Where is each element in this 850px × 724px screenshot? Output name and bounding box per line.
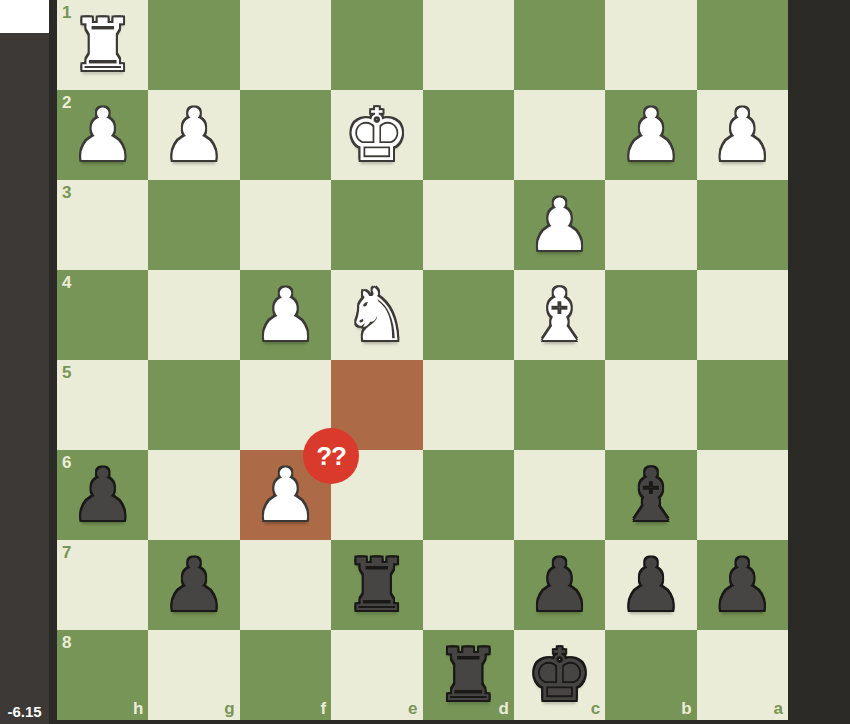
square-c1[interactable] [514, 0, 605, 90]
square-d2[interactable] [423, 90, 514, 180]
file-label-h: h [133, 699, 143, 719]
white-pawn-a2[interactable]: ♟ [697, 90, 788, 180]
square-e3[interactable] [331, 180, 422, 270]
square-b4[interactable] [605, 270, 696, 360]
square-d7[interactable] [423, 540, 514, 630]
file-label-a: a [774, 699, 783, 719]
white-king-e2[interactable]: ♚ [331, 90, 422, 180]
square-g8[interactable]: g [148, 630, 239, 720]
white-rook-h1[interactable]: ♜ [57, 0, 148, 90]
square-a6[interactable] [697, 450, 788, 540]
black-bishop-b6[interactable]: ♝ [605, 450, 696, 540]
square-b8[interactable]: b [605, 630, 696, 720]
square-d4[interactable] [423, 270, 514, 360]
square-b6[interactable]: ♝ [605, 450, 696, 540]
white-pawn-c3[interactable]: ♟ [514, 180, 605, 270]
analysis-page: -6.15 1♜2♟♟♚♟♟3♟4♟♞♝56♟♟♝7♟♜♟♟♟8hgfed♜c♚… [0, 0, 850, 724]
square-e2[interactable]: ♚ [331, 90, 422, 180]
square-c5[interactable] [514, 360, 605, 450]
file-label-f: f [320, 699, 326, 719]
square-h5[interactable]: 5 [57, 360, 148, 450]
square-d8[interactable]: d♜ [423, 630, 514, 720]
square-a5[interactable] [697, 360, 788, 450]
square-g6[interactable] [148, 450, 239, 540]
square-e4[interactable]: ♞ [331, 270, 422, 360]
square-h7[interactable]: 7 [57, 540, 148, 630]
rank-label-5: 5 [62, 363, 71, 383]
black-pawn-a7[interactable]: ♟ [697, 540, 788, 630]
square-f2[interactable] [240, 90, 331, 180]
square-f3[interactable] [240, 180, 331, 270]
white-pawn-b2[interactable]: ♟ [605, 90, 696, 180]
evaluation-bar-white-portion [0, 0, 49, 33]
square-c8[interactable]: c♚ [514, 630, 605, 720]
white-bishop-c4[interactable]: ♝ [514, 270, 605, 360]
square-h3[interactable]: 3 [57, 180, 148, 270]
square-h4[interactable]: 4 [57, 270, 148, 360]
evaluation-score: -6.15 [0, 703, 49, 720]
file-label-e: e [408, 699, 417, 719]
square-h1[interactable]: 1♜ [57, 0, 148, 90]
square-f1[interactable] [240, 0, 331, 90]
file-label-b: b [681, 699, 691, 719]
square-c6[interactable] [514, 450, 605, 540]
rank-label-4: 4 [62, 273, 71, 293]
square-g4[interactable] [148, 270, 239, 360]
square-f8[interactable]: f [240, 630, 331, 720]
white-pawn-f4[interactable]: ♟ [240, 270, 331, 360]
square-d5[interactable] [423, 360, 514, 450]
square-e1[interactable] [331, 0, 422, 90]
square-d1[interactable] [423, 0, 514, 90]
rank-label-3: 3 [62, 183, 71, 203]
black-pawn-b7[interactable]: ♟ [605, 540, 696, 630]
square-d3[interactable] [423, 180, 514, 270]
square-b1[interactable] [605, 0, 696, 90]
white-pawn-h2[interactable]: ♟ [57, 90, 148, 180]
square-b5[interactable] [605, 360, 696, 450]
black-pawn-c7[interactable]: ♟ [514, 540, 605, 630]
square-g3[interactable] [148, 180, 239, 270]
rank-label-8: 8 [62, 633, 71, 653]
square-a7[interactable]: ♟ [697, 540, 788, 630]
evaluation-bar: -6.15 [0, 0, 49, 724]
black-rook-e7[interactable]: ♜ [331, 540, 422, 630]
square-b2[interactable]: ♟ [605, 90, 696, 180]
square-c4[interactable]: ♝ [514, 270, 605, 360]
rank-label-7: 7 [62, 543, 71, 563]
file-label-g: g [224, 699, 234, 719]
square-a4[interactable] [697, 270, 788, 360]
square-e8[interactable]: e [331, 630, 422, 720]
black-king-c8[interactable]: ♚ [514, 630, 605, 720]
square-b7[interactable]: ♟ [605, 540, 696, 630]
square-h2[interactable]: 2♟ [57, 90, 148, 180]
square-h6[interactable]: 6♟ [57, 450, 148, 540]
square-h8[interactable]: 8h [57, 630, 148, 720]
white-pawn-g2[interactable]: ♟ [148, 90, 239, 180]
square-g1[interactable] [148, 0, 239, 90]
white-knight-e4[interactable]: ♞ [331, 270, 422, 360]
chess-board[interactable]: 1♜2♟♟♚♟♟3♟4♟♞♝56♟♟♝7♟♜♟♟♟8hgfed♜c♚ba?? [57, 0, 788, 720]
square-b3[interactable] [605, 180, 696, 270]
black-rook-d8[interactable]: ♜ [423, 630, 514, 720]
square-g2[interactable]: ♟ [148, 90, 239, 180]
square-c7[interactable]: ♟ [514, 540, 605, 630]
square-e7[interactable]: ♜ [331, 540, 422, 630]
square-c2[interactable] [514, 90, 605, 180]
square-f7[interactable] [240, 540, 331, 630]
square-g7[interactable]: ♟ [148, 540, 239, 630]
square-g5[interactable] [148, 360, 239, 450]
square-d6[interactable] [423, 450, 514, 540]
black-pawn-g7[interactable]: ♟ [148, 540, 239, 630]
square-a1[interactable] [697, 0, 788, 90]
square-a2[interactable]: ♟ [697, 90, 788, 180]
square-a8[interactable]: a [697, 630, 788, 720]
square-f4[interactable]: ♟ [240, 270, 331, 360]
square-a3[interactable] [697, 180, 788, 270]
black-pawn-h6[interactable]: ♟ [57, 450, 148, 540]
blunder-badge: ?? [303, 428, 359, 484]
square-c3[interactable]: ♟ [514, 180, 605, 270]
